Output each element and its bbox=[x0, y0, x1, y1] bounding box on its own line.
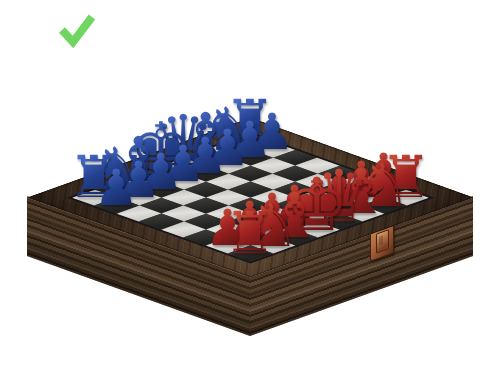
latch-hook bbox=[376, 229, 389, 254]
checkmark-icon bbox=[56, 12, 98, 48]
checkmark-path bbox=[62, 17, 92, 42]
product-photo-scene: ♜♞♝♛♚♝♞♜♟♟♟♟♟♟♟♟♟♟♟♟♟♟♟♟♜♞♝♛♚♝♞♜ bbox=[0, 0, 500, 365]
